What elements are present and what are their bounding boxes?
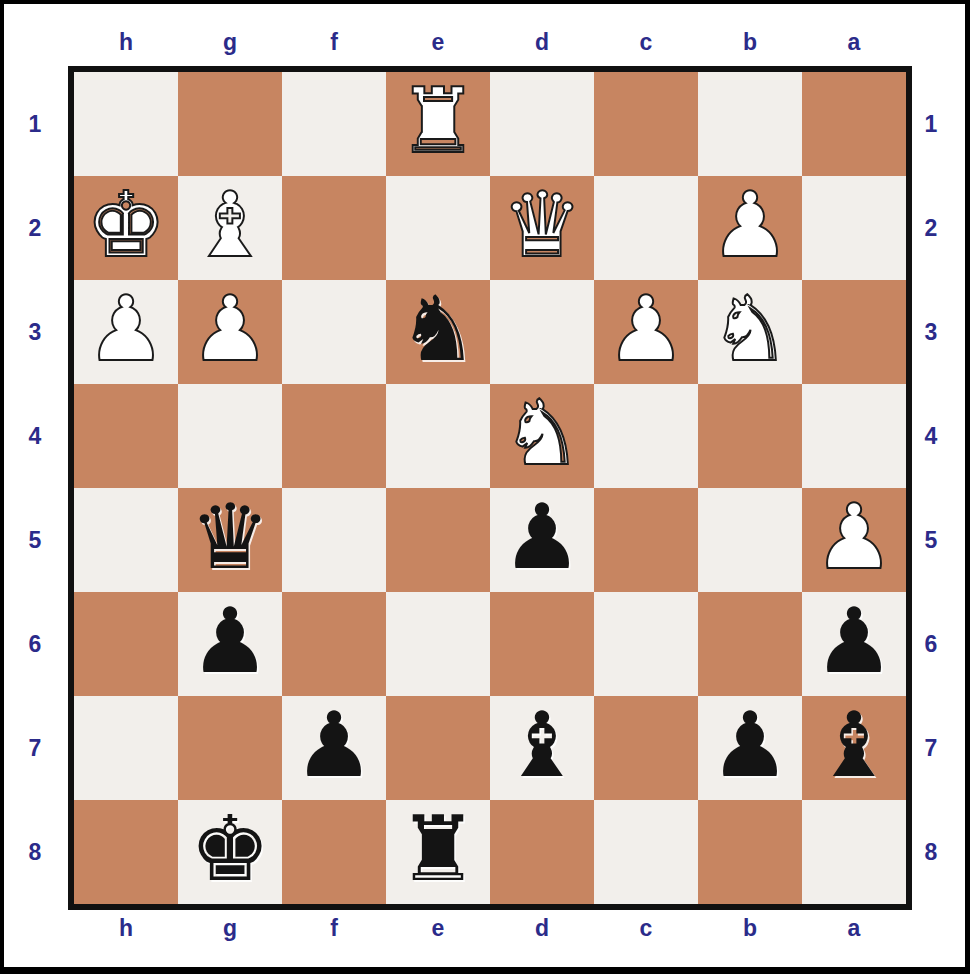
chess-board: ♜♚♝♛♟♟♟♞♟♞♞♛♟♟♟♟♟♝♟♝♚♜	[68, 66, 912, 910]
rank-label-right-7: 7	[916, 696, 946, 800]
square-e1[interactable]: ♜	[386, 72, 490, 176]
square-b1[interactable]	[698, 72, 802, 176]
square-b6[interactable]	[698, 592, 802, 696]
file-label-bottom-d: d	[490, 914, 594, 942]
rank-label-right-5: 5	[916, 488, 946, 592]
square-e5[interactable]	[386, 488, 490, 592]
file-label-top-c: c	[594, 28, 698, 56]
square-c1[interactable]	[594, 72, 698, 176]
black-pawn[interactable]: ♟	[502, 492, 583, 582]
square-e4[interactable]	[386, 384, 490, 488]
white-rook[interactable]: ♜	[398, 76, 479, 166]
black-pawn[interactable]: ♟	[710, 700, 791, 790]
square-h1[interactable]	[74, 72, 178, 176]
rank-label-left-4: 4	[20, 384, 50, 488]
square-d1[interactable]	[490, 72, 594, 176]
square-g1[interactable]	[178, 72, 282, 176]
square-f4[interactable]	[282, 384, 386, 488]
rank-label-right-8: 8	[916, 800, 946, 904]
white-bishop[interactable]: ♝	[190, 180, 271, 270]
file-label-top-b: b	[698, 28, 802, 56]
square-f3[interactable]	[282, 280, 386, 384]
file-label-bottom-f: f	[282, 914, 386, 942]
square-e2[interactable]	[386, 176, 490, 280]
square-f1[interactable]	[282, 72, 386, 176]
square-c2[interactable]	[594, 176, 698, 280]
white-knight[interactable]: ♞	[710, 284, 791, 374]
square-a7[interactable]: ♝	[802, 696, 906, 800]
black-pawn[interactable]: ♟	[294, 700, 375, 790]
square-f2[interactable]	[282, 176, 386, 280]
square-g6[interactable]: ♟	[178, 592, 282, 696]
file-label-bottom-c: c	[594, 914, 698, 942]
rank-label-right-3: 3	[916, 280, 946, 384]
square-c8[interactable]	[594, 800, 698, 904]
square-g3[interactable]: ♟	[178, 280, 282, 384]
white-pawn[interactable]: ♟	[190, 284, 271, 374]
file-label-top-g: g	[178, 28, 282, 56]
rank-label-right-4: 4	[916, 384, 946, 488]
rank-label-left-8: 8	[20, 800, 50, 904]
square-c4[interactable]	[594, 384, 698, 488]
file-label-top-d: d	[490, 28, 594, 56]
square-c5[interactable]	[594, 488, 698, 592]
square-d2[interactable]: ♛	[490, 176, 594, 280]
square-b8[interactable]	[698, 800, 802, 904]
square-d5[interactable]: ♟	[490, 488, 594, 592]
square-b2[interactable]: ♟	[698, 176, 802, 280]
rank-label-left-5: 5	[20, 488, 50, 592]
square-f7[interactable]: ♟	[282, 696, 386, 800]
white-pawn[interactable]: ♟	[814, 492, 895, 582]
square-h2[interactable]: ♚	[74, 176, 178, 280]
square-b3[interactable]: ♞	[698, 280, 802, 384]
square-d4[interactable]: ♞	[490, 384, 594, 488]
square-h8[interactable]	[74, 800, 178, 904]
square-c6[interactable]	[594, 592, 698, 696]
square-d6[interactable]	[490, 592, 594, 696]
square-c7[interactable]	[594, 696, 698, 800]
square-g2[interactable]: ♝	[178, 176, 282, 280]
square-e7[interactable]	[386, 696, 490, 800]
white-pawn[interactable]: ♟	[606, 284, 687, 374]
square-d8[interactable]	[490, 800, 594, 904]
file-label-bottom-h: h	[74, 914, 178, 942]
file-labels-bottom: hgfedcba	[74, 914, 906, 942]
square-a5[interactable]: ♟	[802, 488, 906, 592]
square-d3[interactable]	[490, 280, 594, 384]
rank-label-right-1: 1	[916, 72, 946, 176]
rank-labels-right: 12345678	[916, 72, 946, 904]
file-label-top-a: a	[802, 28, 906, 56]
file-label-bottom-e: e	[386, 914, 490, 942]
white-queen[interactable]: ♛	[502, 180, 583, 270]
square-a3[interactable]	[802, 280, 906, 384]
black-pawn[interactable]: ♟	[190, 596, 271, 686]
black-bishop[interactable]: ♝	[814, 700, 895, 790]
square-b7[interactable]: ♟	[698, 696, 802, 800]
white-knight[interactable]: ♞	[502, 388, 583, 478]
square-e8[interactable]: ♜	[386, 800, 490, 904]
black-bishop[interactable]: ♝	[502, 700, 583, 790]
black-pawn[interactable]: ♟	[814, 596, 895, 686]
square-g4[interactable]	[178, 384, 282, 488]
file-label-top-f: f	[282, 28, 386, 56]
square-e6[interactable]	[386, 592, 490, 696]
square-a6[interactable]: ♟	[802, 592, 906, 696]
file-label-top-e: e	[386, 28, 490, 56]
square-d7[interactable]: ♝	[490, 696, 594, 800]
square-a4[interactable]	[802, 384, 906, 488]
rank-labels-left: 12345678	[20, 72, 50, 904]
square-g8[interactable]: ♚	[178, 800, 282, 904]
square-h4[interactable]	[74, 384, 178, 488]
black-rook[interactable]: ♜	[398, 804, 479, 894]
square-a2[interactable]	[802, 176, 906, 280]
square-f8[interactable]	[282, 800, 386, 904]
square-f6[interactable]	[282, 592, 386, 696]
black-queen[interactable]: ♛	[190, 492, 271, 582]
white-king[interactable]: ♚	[86, 180, 167, 270]
file-label-bottom-a: a	[802, 914, 906, 942]
rank-label-left-7: 7	[20, 696, 50, 800]
square-c3[interactable]: ♟	[594, 280, 698, 384]
square-f5[interactable]	[282, 488, 386, 592]
rank-label-left-3: 3	[20, 280, 50, 384]
square-h5[interactable]	[74, 488, 178, 592]
square-b4[interactable]	[698, 384, 802, 488]
rank-label-left-1: 1	[20, 72, 50, 176]
square-a1[interactable]	[802, 72, 906, 176]
rank-label-left-6: 6	[20, 592, 50, 696]
file-label-bottom-b: b	[698, 914, 802, 942]
chess-diagram-frame: hgfedcba hgfedcba 12345678 12345678 ♜♚♝♛…	[0, 0, 970, 974]
white-pawn[interactable]: ♟	[710, 180, 791, 270]
black-king[interactable]: ♚	[190, 804, 271, 894]
file-label-bottom-g: g	[178, 914, 282, 942]
square-h6[interactable]	[74, 592, 178, 696]
black-knight[interactable]: ♞	[398, 284, 479, 374]
square-e3[interactable]: ♞	[386, 280, 490, 384]
square-a8[interactable]	[802, 800, 906, 904]
square-g7[interactable]	[178, 696, 282, 800]
rank-label-right-2: 2	[916, 176, 946, 280]
rank-label-right-6: 6	[916, 592, 946, 696]
white-pawn[interactable]: ♟	[86, 284, 167, 374]
square-b5[interactable]	[698, 488, 802, 592]
file-labels-top: hgfedcba	[74, 28, 906, 56]
file-label-top-h: h	[74, 28, 178, 56]
square-g5[interactable]: ♛	[178, 488, 282, 592]
rank-label-left-2: 2	[20, 176, 50, 280]
square-h7[interactable]	[74, 696, 178, 800]
square-h3[interactable]: ♟	[74, 280, 178, 384]
